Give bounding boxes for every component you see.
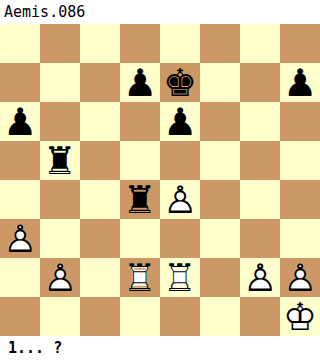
square-c6[interactable]	[80, 102, 120, 141]
square-e1[interactable]	[160, 297, 200, 336]
black-pawn-icon: ♟	[163, 103, 197, 141]
square-c3[interactable]	[80, 219, 120, 258]
square-f1[interactable]	[200, 297, 240, 336]
square-f4[interactable]	[200, 180, 240, 219]
square-c5[interactable]	[80, 141, 120, 180]
square-h6[interactable]	[280, 102, 320, 141]
square-h5[interactable]	[280, 141, 320, 180]
square-c7[interactable]	[80, 63, 120, 102]
square-b3[interactable]	[40, 219, 80, 258]
black-pawn-icon: ♟	[123, 64, 157, 102]
square-b6[interactable]	[40, 102, 80, 141]
square-f7[interactable]	[200, 63, 240, 102]
square-f5[interactable]	[200, 141, 240, 180]
square-a4[interactable]	[0, 180, 40, 219]
square-a3[interactable]: ♟♙	[0, 219, 40, 258]
square-a1[interactable]	[0, 297, 40, 336]
square-d5[interactable]	[120, 141, 160, 180]
square-d1[interactable]	[120, 297, 160, 336]
square-e2[interactable]: ♜♖	[160, 258, 200, 297]
white-pawn-icon: ♟♙	[243, 259, 277, 297]
square-h2[interactable]: ♟♙	[280, 258, 320, 297]
square-d7[interactable]: ♟	[120, 63, 160, 102]
square-g4[interactable]	[240, 180, 280, 219]
square-d3[interactable]	[120, 219, 160, 258]
square-b1[interactable]	[40, 297, 80, 336]
square-g8[interactable]	[240, 24, 280, 63]
white-king-icon: ♚♔	[283, 298, 317, 336]
square-a6[interactable]: ♟	[0, 102, 40, 141]
move-prompt: 1... ?	[8, 339, 62, 357]
black-pawn-icon: ♟	[3, 103, 37, 141]
square-b2[interactable]: ♟♙	[40, 258, 80, 297]
square-a8[interactable]	[0, 24, 40, 63]
square-a7[interactable]	[0, 63, 40, 102]
square-e7[interactable]: ♚	[160, 63, 200, 102]
square-g3[interactable]	[240, 219, 280, 258]
square-g7[interactable]	[240, 63, 280, 102]
square-g2[interactable]: ♟♙	[240, 258, 280, 297]
square-d8[interactable]	[120, 24, 160, 63]
white-rook-icon: ♜♖	[123, 259, 157, 297]
white-pawn-icon: ♟♙	[163, 181, 197, 219]
square-e8[interactable]	[160, 24, 200, 63]
square-e4[interactable]: ♟♙	[160, 180, 200, 219]
header-bar: Aemis.086	[0, 0, 320, 24]
square-e3[interactable]	[160, 219, 200, 258]
square-h3[interactable]	[280, 219, 320, 258]
square-d6[interactable]	[120, 102, 160, 141]
footer-bar: 1... ?	[0, 336, 320, 360]
square-h7[interactable]: ♟	[280, 63, 320, 102]
square-h4[interactable]	[280, 180, 320, 219]
square-b7[interactable]	[40, 63, 80, 102]
square-f2[interactable]	[200, 258, 240, 297]
square-b8[interactable]	[40, 24, 80, 63]
square-c8[interactable]	[80, 24, 120, 63]
square-a2[interactable]	[0, 258, 40, 297]
square-g6[interactable]	[240, 102, 280, 141]
white-pawn-icon: ♟♙	[43, 259, 77, 297]
chess-board: ♟♚♟♟♟♜♜♟♙♟♙♟♙♜♖♜♖♟♙♟♙♚♔	[0, 24, 320, 336]
square-f3[interactable]	[200, 219, 240, 258]
square-a5[interactable]	[0, 141, 40, 180]
white-pawn-icon: ♟♙	[3, 220, 37, 258]
square-c1[interactable]	[80, 297, 120, 336]
white-pawn-icon: ♟♙	[283, 259, 317, 297]
square-d2[interactable]: ♜♖	[120, 258, 160, 297]
square-e6[interactable]: ♟	[160, 102, 200, 141]
puzzle-title: Aemis.086	[4, 3, 85, 21]
white-rook-icon: ♜♖	[163, 259, 197, 297]
square-f6[interactable]	[200, 102, 240, 141]
black-king-icon: ♚	[163, 64, 197, 102]
black-pawn-icon: ♟	[283, 64, 317, 102]
square-d4[interactable]: ♜	[120, 180, 160, 219]
square-b5[interactable]: ♜	[40, 141, 80, 180]
square-g1[interactable]	[240, 297, 280, 336]
square-c4[interactable]	[80, 180, 120, 219]
square-g5[interactable]	[240, 141, 280, 180]
square-c2[interactable]	[80, 258, 120, 297]
black-rook-icon: ♜	[123, 181, 157, 219]
square-h1[interactable]: ♚♔	[280, 297, 320, 336]
square-h8[interactable]	[280, 24, 320, 63]
black-rook-icon: ♜	[43, 142, 77, 180]
square-f8[interactable]	[200, 24, 240, 63]
square-e5[interactable]	[160, 141, 200, 180]
square-b4[interactable]	[40, 180, 80, 219]
